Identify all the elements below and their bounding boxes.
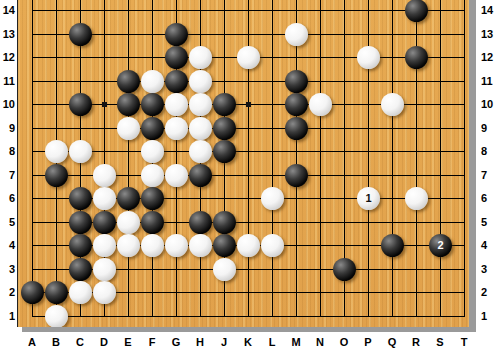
row-label-right-6: 6 — [481, 190, 500, 206]
stone-black-B7[interactable] — [45, 164, 68, 187]
stone-black-C10[interactable] — [69, 93, 92, 116]
go-board-screenshot: 12 1414131312121111101099887766554433221… — [0, 0, 500, 356]
stone-black-F5[interactable] — [141, 211, 164, 234]
stone-white-D7[interactable] — [93, 164, 116, 187]
stone-white-D3[interactable] — [93, 258, 116, 281]
stone-white-C8[interactable] — [69, 140, 92, 163]
col-label-M: M — [288, 334, 304, 350]
stone-white-G10[interactable] — [165, 93, 188, 116]
col-label-A: A — [24, 334, 40, 350]
row-label-right-1: 1 — [481, 308, 500, 324]
col-label-D: D — [96, 334, 112, 350]
stone-black-M11[interactable] — [285, 70, 308, 93]
move-number-label-P6: 1 — [365, 193, 371, 204]
stone-white-K4[interactable] — [237, 234, 260, 257]
col-label-Q: Q — [384, 334, 400, 350]
stone-black-H5[interactable] — [189, 211, 212, 234]
stone-white-R6[interactable] — [405, 187, 428, 210]
stone-black-M7[interactable] — [285, 164, 308, 187]
col-label-C: C — [72, 334, 88, 350]
stone-white-L4[interactable] — [261, 234, 284, 257]
stone-black-E10[interactable] — [117, 93, 140, 116]
stone-black-D5[interactable] — [93, 211, 116, 234]
stone-black-M9[interactable] — [285, 117, 308, 140]
stone-white-H8[interactable] — [189, 140, 212, 163]
grid-hline-9 — [32, 128, 465, 129]
stone-black-J5[interactable] — [213, 211, 236, 234]
col-label-T: T — [456, 334, 472, 350]
stone-white-L6[interactable] — [261, 187, 284, 210]
col-label-B: B — [48, 334, 64, 350]
stone-white-F4[interactable] — [141, 234, 164, 257]
row-label-right-13: 13 — [481, 26, 500, 42]
grid-hline-8 — [32, 151, 465, 152]
stone-white-F8[interactable] — [141, 140, 164, 163]
stone-white-D4[interactable] — [93, 234, 116, 257]
stone-black-J10[interactable] — [213, 93, 236, 116]
stone-black-C13[interactable] — [69, 23, 92, 46]
row-label-right-4: 4 — [481, 237, 500, 253]
stone-black-F10[interactable] — [141, 93, 164, 116]
stone-white-G4[interactable] — [165, 234, 188, 257]
col-label-J: J — [216, 334, 232, 350]
stone-white-H10[interactable] — [189, 93, 212, 116]
move-number-label-S4: 2 — [437, 240, 443, 251]
stone-white-H4[interactable] — [189, 234, 212, 257]
stone-black-E6[interactable] — [117, 187, 140, 210]
stone-white-J3[interactable] — [213, 258, 236, 281]
col-label-G: G — [168, 334, 184, 350]
row-label-left-3: 3 — [0, 261, 15, 277]
row-label-left-13: 13 — [0, 26, 15, 42]
stone-black-G12[interactable] — [165, 46, 188, 69]
col-label-N: N — [312, 334, 328, 350]
stone-black-O3[interactable] — [333, 258, 356, 281]
stone-white-E9[interactable] — [117, 117, 140, 140]
stone-white-E4[interactable] — [117, 234, 140, 257]
row-label-right-7: 7 — [481, 167, 500, 183]
stone-white-B1[interactable] — [45, 305, 68, 328]
stone-white-F7[interactable] — [141, 164, 164, 187]
stone-black-B2[interactable] — [45, 281, 68, 304]
stone-white-B8[interactable] — [45, 140, 68, 163]
stone-black-R14[interactable] — [405, 0, 428, 22]
row-label-right-5: 5 — [481, 214, 500, 230]
col-label-K: K — [240, 334, 256, 350]
row-label-right-12: 12 — [481, 49, 500, 65]
star-point-D10 — [102, 102, 107, 107]
stone-white-D6[interactable] — [93, 187, 116, 210]
row-label-left-5: 5 — [0, 214, 15, 230]
grid-hline-1 — [32, 316, 465, 317]
stone-black-J9[interactable] — [213, 117, 236, 140]
stone-black-G13[interactable] — [165, 23, 188, 46]
col-label-E: E — [120, 334, 136, 350]
stone-black-J4[interactable] — [213, 234, 236, 257]
stone-white-N10[interactable] — [309, 93, 332, 116]
stone-black-R12[interactable] — [405, 46, 428, 69]
row-label-right-3: 3 — [481, 261, 500, 277]
row-label-left-6: 6 — [0, 190, 15, 206]
stone-black-C4[interactable] — [69, 234, 92, 257]
stone-white-P12[interactable] — [357, 46, 380, 69]
stone-white-H12[interactable] — [189, 46, 212, 69]
row-label-right-2: 2 — [481, 284, 500, 300]
grid-hline-11 — [32, 81, 465, 82]
stone-black-A2[interactable] — [21, 281, 44, 304]
col-label-S: S — [432, 334, 448, 350]
stone-black-F9[interactable] — [141, 117, 164, 140]
row-label-right-8: 8 — [481, 143, 500, 159]
grid-hline-13 — [32, 34, 465, 35]
stone-white-G9[interactable] — [165, 117, 188, 140]
col-label-L: L — [264, 334, 280, 350]
col-label-F: F — [144, 334, 160, 350]
stone-white-E5[interactable] — [117, 211, 140, 234]
stone-white-D2[interactable] — [93, 281, 116, 304]
row-label-left-7: 7 — [0, 167, 15, 183]
col-label-R: R — [408, 334, 424, 350]
row-label-right-9: 9 — [481, 120, 500, 136]
goban[interactable]: 12 — [17, 0, 470, 327]
row-label-left-11: 11 — [0, 73, 15, 89]
stone-white-G7[interactable] — [165, 164, 188, 187]
stone-white-H9[interactable] — [189, 117, 212, 140]
stone-black-F6[interactable] — [141, 187, 164, 210]
stone-black-E11[interactable] — [117, 70, 140, 93]
row-label-left-2: 2 — [0, 284, 15, 300]
row-label-left-14: 14 — [0, 2, 15, 18]
stone-white-P6[interactable]: 1 — [357, 187, 380, 210]
row-label-left-1: 1 — [0, 308, 15, 324]
row-label-left-12: 12 — [0, 49, 15, 65]
col-label-H: H — [192, 334, 208, 350]
row-label-left-4: 4 — [0, 237, 15, 253]
stone-black-C5[interactable] — [69, 211, 92, 234]
stone-black-J8[interactable] — [213, 140, 236, 163]
row-label-left-10: 10 — [0, 96, 15, 112]
shadow-right — [469, 0, 476, 332]
stone-black-C3[interactable] — [69, 258, 92, 281]
row-label-right-11: 11 — [481, 73, 500, 89]
stone-black-G11[interactable] — [165, 70, 188, 93]
stone-black-H7[interactable] — [189, 164, 212, 187]
grid-hline-14 — [32, 10, 465, 11]
stone-black-C6[interactable] — [69, 187, 92, 210]
stone-white-M13[interactable] — [285, 23, 308, 46]
row-label-right-10: 10 — [481, 96, 500, 112]
stone-white-F11[interactable] — [141, 70, 164, 93]
shadow-bottom — [22, 327, 476, 332]
stone-white-K12[interactable] — [237, 46, 260, 69]
stone-white-Q10[interactable] — [381, 93, 404, 116]
col-label-O: O — [336, 334, 352, 350]
stone-black-Q4[interactable] — [381, 234, 404, 257]
row-label-left-9: 9 — [0, 120, 15, 136]
stone-white-H11[interactable] — [189, 70, 212, 93]
stone-black-M10[interactable] — [285, 93, 308, 116]
star-point-K10 — [246, 102, 251, 107]
row-label-left-8: 8 — [0, 143, 15, 159]
row-label-right-14: 14 — [481, 2, 500, 18]
col-label-P: P — [360, 334, 376, 350]
stone-white-C2[interactable] — [69, 281, 92, 304]
stone-black-S4[interactable]: 2 — [429, 234, 452, 257]
